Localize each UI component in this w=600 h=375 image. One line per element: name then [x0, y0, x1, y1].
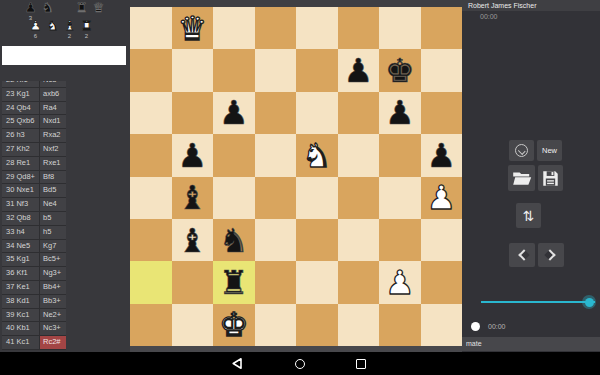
black-rook: ♜	[219, 266, 249, 299]
home-circle-icon	[295, 359, 305, 369]
captured-white-tray: ♟6♞♝2♜2	[27, 19, 112, 40]
white-pawn: ♟	[426, 181, 456, 214]
move-row[interactable]: 30 Nxe1Bd5	[2, 184, 66, 198]
status-bar: mate	[462, 337, 600, 351]
square-a5[interactable]	[130, 134, 172, 176]
square-h2[interactable]	[421, 261, 463, 303]
flip-arrows-icon: ⇅	[523, 209, 535, 223]
right-panel: Robert James Fischer 00:00 New	[462, 0, 600, 352]
chess-app-screen: ♟3♞♜♛ ♟6♞♝2♜2 22 Kf1Nc3+23 Kg1axb624 Qb4…	[0, 0, 600, 375]
black-bishop: ♝	[177, 181, 207, 214]
white-move-cell[interactable]: 37 Ke1	[2, 281, 40, 294]
square-h4[interactable]: ♟	[421, 177, 463, 219]
chevron-left-icon	[518, 249, 529, 260]
board-area: ♛♟♚♟♟♟♞♟♝♟♝♞♜♟♚	[130, 0, 462, 352]
black-pawn: ♟	[343, 54, 373, 87]
save-floppy-icon	[542, 170, 559, 187]
square-d4[interactable]	[255, 177, 297, 219]
black-bishop: ♝	[177, 224, 207, 257]
move-row[interactable]: 24 Qb4Ra4	[2, 102, 66, 116]
black-move-cell[interactable]: Bb4+	[40, 281, 66, 294]
black-move-cell[interactable]: Ra4	[40, 102, 66, 115]
captured-piece-icon: ♛	[93, 1, 105, 15]
white-move-cell[interactable]: 29 Qd8+	[2, 171, 40, 184]
captured-slot: ♟6	[27, 19, 44, 40]
square-a6[interactable]	[130, 92, 172, 134]
square-e4[interactable]	[296, 177, 338, 219]
square-b4[interactable]: ♝	[172, 177, 214, 219]
white-move-cell[interactable]: 28 Re1	[2, 157, 40, 170]
move-row[interactable]: 26 h3Rxa2	[2, 129, 66, 143]
square-f4[interactable]	[338, 177, 380, 219]
white-move-cell[interactable]: 41 Kc1	[2, 336, 40, 349]
square-g7[interactable]: ♚	[379, 49, 421, 91]
white-move-cell[interactable]: 34 Ne5	[2, 240, 40, 253]
white-pawn: ♟	[385, 266, 415, 299]
player-clock: 00:00	[480, 13, 498, 20]
square-d3[interactable]	[255, 219, 297, 261]
white-move-cell[interactable]: 31 Nf3	[2, 198, 40, 211]
black-move-cell[interactable]: Bb3+	[40, 295, 66, 308]
move-row[interactable]: 29 Qd8+Bf8	[2, 171, 66, 185]
captured-piece-icon: ♞	[47, 19, 59, 33]
square-a7[interactable]	[130, 49, 172, 91]
square-c1[interactable]: ♚	[213, 304, 255, 346]
move-row[interactable]: 32 Qb8b5	[2, 212, 66, 226]
square-g4[interactable]	[379, 177, 421, 219]
open-folder-icon	[512, 170, 532, 186]
square-b1[interactable]	[172, 304, 214, 346]
captured-slot	[95, 19, 112, 40]
white-king: ♚	[219, 308, 249, 341]
game-result-text: mate	[466, 340, 482, 347]
move-row[interactable]: 27 Kh2Nxf2	[2, 143, 66, 157]
square-h3[interactable]	[421, 219, 463, 261]
captured-slot: ♜2	[78, 19, 95, 40]
white-move-cell[interactable]: 40 Kb1	[2, 322, 40, 335]
square-b7[interactable]	[172, 49, 214, 91]
square-d5[interactable]	[255, 134, 297, 176]
white-move-cell[interactable]: 25 Qxb6	[2, 115, 40, 128]
black-move-cell[interactable]: Nc3+	[40, 81, 66, 87]
status-clock: 00:00	[488, 323, 506, 330]
side-to-move-dot	[471, 322, 480, 331]
move-row[interactable]: 37 Ke1Bb4+	[2, 281, 66, 295]
square-d8[interactable]	[255, 7, 297, 49]
square-f1[interactable]	[338, 304, 380, 346]
open-file-button[interactable]	[508, 165, 535, 191]
black-move-cell[interactable]: Ng3+	[40, 267, 66, 280]
square-f8[interactable]	[338, 7, 380, 49]
captured-count: 6	[34, 33, 37, 40]
square-e5[interactable]: ♞	[296, 134, 338, 176]
square-h5[interactable]: ♟	[421, 134, 463, 176]
white-move-cell[interactable]: 22 Kf1	[2, 81, 40, 87]
app-window: ♟3♞♜♛ ♟6♞♝2♜2 22 Kf1Nc3+23 Kg1axb624 Qb4…	[0, 0, 600, 352]
move-row[interactable]: 35 Kg1Bc5+	[2, 253, 66, 267]
square-f5[interactable]	[338, 134, 380, 176]
move-row[interactable]: 39 Kc1Ne2+	[2, 309, 66, 323]
captured-count: 2	[68, 33, 71, 40]
square-c2[interactable]: ♜	[213, 261, 255, 303]
black-move-cell[interactable]: Bd5	[40, 184, 66, 197]
square-e2[interactable]	[296, 261, 338, 303]
black-move-cell[interactable]: axb6	[40, 88, 66, 101]
black-pawn: ♟	[219, 96, 249, 129]
captured-piece-icon: ♜	[76, 1, 88, 15]
black-move-cell[interactable]: Rxe1	[40, 157, 66, 170]
square-a3[interactable]	[130, 219, 172, 261]
white-move-cell[interactable]: 33 h4	[2, 226, 40, 239]
game-position-slider-thumb[interactable]	[582, 295, 596, 309]
square-c6[interactable]: ♟	[213, 92, 255, 134]
white-move-cell[interactable]: 38 Kd1	[2, 295, 40, 308]
square-c3[interactable]: ♞	[213, 219, 255, 261]
captured-piece-icon: ♝	[64, 19, 76, 33]
square-g8[interactable]	[379, 7, 421, 49]
move-row[interactable]: 33 h4h5	[2, 226, 66, 240]
black-move-cell[interactable]: Kg7	[40, 240, 66, 253]
square-c7[interactable]	[213, 49, 255, 91]
square-b5[interactable]: ♟	[172, 134, 214, 176]
black-move-cell[interactable]: Ne2+	[40, 309, 66, 322]
black-move-cell[interactable]: Rxa2	[40, 129, 66, 142]
black-move-cell[interactable]: Nxf2	[40, 143, 66, 156]
move-row[interactable]: 36 Kf1Ng3+	[2, 267, 66, 281]
square-c8[interactable]	[213, 7, 255, 49]
black-move-cell[interactable]: Bc5+	[40, 253, 66, 266]
square-a1[interactable]	[130, 304, 172, 346]
nav-recents-button[interactable]	[354, 357, 367, 370]
square-e8[interactable]	[296, 7, 338, 49]
captured-piece-icon: ♞	[42, 1, 54, 15]
move-entry-input[interactable]	[2, 46, 126, 65]
white-queen: ♛	[177, 12, 207, 45]
move-row[interactable]: 28 Re1Rxe1	[2, 157, 66, 171]
move-row[interactable]: 40 Kb1Nc3+	[2, 322, 66, 336]
square-e7[interactable]	[296, 49, 338, 91]
square-h1[interactable]	[421, 304, 463, 346]
white-move-cell[interactable]: 27 Kh2	[2, 143, 40, 156]
white-move-cell[interactable]: 30 Nxe1	[2, 184, 40, 197]
square-g1[interactable]	[379, 304, 421, 346]
square-f3[interactable]	[338, 219, 380, 261]
square-h7[interactable]	[421, 49, 463, 91]
black-move-cell[interactable]: Ne4	[40, 198, 66, 211]
square-f6[interactable]	[338, 92, 380, 134]
white-move-cell[interactable]: 39 Kc1	[2, 309, 40, 322]
move-row[interactable]: 34 Ne5Kg7	[2, 240, 66, 254]
recents-square-icon	[356, 359, 366, 369]
black-move-cell[interactable]: Nxd1	[40, 115, 66, 128]
white-move-cell[interactable]: 36 Kf1	[2, 267, 40, 280]
next-move-button[interactable]	[538, 243, 564, 267]
white-move-cell[interactable]: 26 h3	[2, 129, 40, 142]
move-row[interactable]: 22 Kf1Nc3+	[2, 81, 66, 88]
black-pawn: ♟	[385, 96, 415, 129]
captured-piece-icon: ♜	[81, 19, 93, 33]
square-f7[interactable]: ♟	[338, 49, 380, 91]
black-pawn: ♟	[426, 139, 456, 172]
square-d7[interactable]	[255, 49, 297, 91]
square-g3[interactable]	[379, 219, 421, 261]
move-row[interactable]: 31 Nf3Ne4	[2, 198, 66, 212]
captured-piece-icon: ♟	[30, 19, 42, 33]
square-g5[interactable]	[379, 134, 421, 176]
board[interactable]: ♛♟♚♟♟♟♞♟♝♟♝♞♜♟♚	[130, 7, 462, 346]
square-b2[interactable]	[172, 261, 214, 303]
square-f2[interactable]	[338, 261, 380, 303]
move-row[interactable]: 23 Kg1axb6	[2, 88, 66, 102]
square-g6[interactable]: ♟	[379, 92, 421, 134]
chevron-down-circle-icon	[515, 144, 528, 157]
new-game-label: New	[542, 146, 557, 155]
square-a8[interactable]	[130, 7, 172, 49]
black-king: ♚	[385, 54, 415, 87]
move-row[interactable]: 38 Kd1Bb3+	[2, 295, 66, 309]
flip-board-button[interactable]: ⇅	[516, 203, 541, 228]
captured-slot: ♝2	[61, 19, 78, 40]
nav-home-button[interactable]	[293, 357, 306, 370]
white-move-cell[interactable]: 24 Qb4	[2, 102, 40, 115]
move-row[interactable]: 25 Qxb6Nxd1	[2, 115, 66, 129]
captured-slot: ♞	[44, 19, 61, 40]
black-move-cell-mate[interactable]: Rc2#	[40, 336, 66, 349]
move-row[interactable]: 41 Kc1Rc2#	[2, 336, 66, 350]
white-move-cell[interactable]: 23 Kg1	[2, 88, 40, 101]
square-b6[interactable]	[172, 92, 214, 134]
new-game-button[interactable]: New	[537, 140, 562, 161]
square-a4[interactable]	[130, 177, 172, 219]
game-position-slider-track[interactable]	[481, 301, 595, 303]
black-move-cell[interactable]: h5	[40, 226, 66, 239]
black-move-cell[interactable]: Nc3+	[40, 322, 66, 335]
prev-move-button[interactable]	[509, 243, 535, 267]
square-h8[interactable]	[421, 7, 463, 49]
square-d6[interactable]	[255, 92, 297, 134]
move-list[interactable]: 22 Kf1Nc3+23 Kg1axb624 Qb4Ra425 Qxb6Nxd1…	[2, 81, 66, 350]
square-b3[interactable]: ♝	[172, 219, 214, 261]
white-move-cell[interactable]: 32 Qb8	[2, 212, 40, 225]
nav-back-button[interactable]	[231, 357, 244, 370]
black-pawn: ♟	[177, 139, 207, 172]
square-c5[interactable]	[213, 134, 255, 176]
square-e6[interactable]	[296, 92, 338, 134]
black-move-cell[interactable]: Bf8	[40, 171, 66, 184]
player-name: Robert James Fischer	[468, 2, 536, 9]
save-file-button[interactable]	[538, 165, 563, 191]
square-g2[interactable]: ♟	[379, 261, 421, 303]
left-panel: ♟3♞♜♛ ♟6♞♝2♜2 22 Kf1Nc3+23 Kg1axb624 Qb4…	[0, 0, 130, 352]
square-c4[interactable]	[213, 177, 255, 219]
engine-menu-button[interactable]	[509, 140, 534, 161]
black-knight: ♞	[219, 224, 249, 257]
android-nav-bar	[0, 352, 600, 375]
white-move-cell[interactable]: 35 Kg1	[2, 253, 40, 266]
square-d2[interactable]	[255, 261, 297, 303]
white-knight: ♞	[302, 139, 332, 172]
back-triangle-icon	[231, 357, 244, 370]
square-a2[interactable]	[130, 261, 172, 303]
captured-piece-icon: ♟	[25, 1, 37, 15]
square-h6[interactable]	[421, 92, 463, 134]
square-b8[interactable]: ♛	[172, 7, 214, 49]
square-e1[interactable]	[296, 304, 338, 346]
square-e3[interactable]	[296, 219, 338, 261]
chevron-right-icon	[544, 249, 555, 260]
black-move-cell[interactable]: b5	[40, 212, 66, 225]
square-d1[interactable]	[255, 304, 297, 346]
captured-count: 2	[85, 33, 88, 40]
